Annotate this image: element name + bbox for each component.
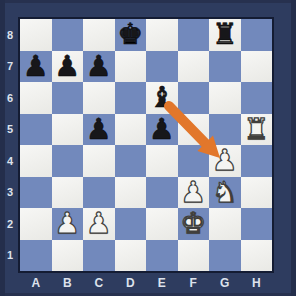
square-a6[interactable] bbox=[20, 82, 52, 114]
white-knight-piece[interactable]: ♞ bbox=[212, 178, 238, 207]
square-a4[interactable] bbox=[20, 145, 52, 177]
rank-label-7: 7 bbox=[0, 51, 20, 83]
square-d7[interactable] bbox=[115, 51, 147, 83]
square-f6[interactable] bbox=[178, 82, 210, 114]
black-pawn-piece[interactable]: ♟ bbox=[86, 52, 112, 81]
square-c7[interactable]: ♟ bbox=[83, 51, 115, 83]
black-rook-piece[interactable]: ♜ bbox=[212, 20, 238, 49]
file-labels: ABCDEFGH bbox=[20, 271, 272, 294]
square-e6[interactable]: ♝ bbox=[146, 82, 178, 114]
square-e1[interactable] bbox=[146, 240, 178, 272]
chess-board[interactable]: ♚♜♟♟♟♝♟♟♜♟♟♞♟♟♚ bbox=[20, 19, 272, 271]
square-h7[interactable] bbox=[241, 51, 273, 83]
file-label-d: D bbox=[115, 271, 147, 294]
square-h4[interactable] bbox=[241, 145, 273, 177]
square-f8[interactable] bbox=[178, 19, 210, 51]
square-b6[interactable] bbox=[52, 82, 84, 114]
white-pawn-piece[interactable]: ♟ bbox=[54, 209, 80, 238]
rank-label-3: 3 bbox=[0, 177, 20, 209]
square-e2[interactable] bbox=[146, 208, 178, 240]
square-f4[interactable] bbox=[178, 145, 210, 177]
square-b4[interactable] bbox=[52, 145, 84, 177]
square-d5[interactable] bbox=[115, 114, 147, 146]
square-h2[interactable] bbox=[241, 208, 273, 240]
square-g3[interactable]: ♞ bbox=[209, 177, 241, 209]
rank-label-5: 5 bbox=[0, 114, 20, 146]
square-c5[interactable]: ♟ bbox=[83, 114, 115, 146]
square-c8[interactable] bbox=[83, 19, 115, 51]
square-c3[interactable] bbox=[83, 177, 115, 209]
file-label-b: B bbox=[52, 271, 84, 294]
square-a5[interactable] bbox=[20, 114, 52, 146]
white-pawn-piece[interactable]: ♟ bbox=[212, 146, 238, 175]
square-d1[interactable] bbox=[115, 240, 147, 272]
square-h5[interactable]: ♜ bbox=[241, 114, 273, 146]
square-a2[interactable] bbox=[20, 208, 52, 240]
square-g5[interactable] bbox=[209, 114, 241, 146]
square-a7[interactable]: ♟ bbox=[20, 51, 52, 83]
square-c4[interactable] bbox=[83, 145, 115, 177]
white-rook-piece[interactable]: ♜ bbox=[243, 115, 269, 144]
square-g6[interactable] bbox=[209, 82, 241, 114]
chess-diagram: 87654321 ♚♜♟♟♟♝♟♟♜♟♟♞♟♟♚ ABCDEFGH bbox=[0, 0, 296, 296]
file-label-a: A bbox=[20, 271, 52, 294]
square-b2[interactable]: ♟ bbox=[52, 208, 84, 240]
square-d3[interactable] bbox=[115, 177, 147, 209]
black-king-piece[interactable]: ♚ bbox=[117, 20, 143, 49]
rank-label-2: 2 bbox=[0, 208, 20, 240]
file-label-f: F bbox=[178, 271, 210, 294]
square-a1[interactable] bbox=[20, 240, 52, 272]
rank-labels: 87654321 bbox=[0, 19, 20, 271]
file-label-g: G bbox=[209, 271, 241, 294]
square-e7[interactable] bbox=[146, 51, 178, 83]
square-g4[interactable]: ♟ bbox=[209, 145, 241, 177]
square-e4[interactable] bbox=[146, 145, 178, 177]
square-e8[interactable] bbox=[146, 19, 178, 51]
file-label-h: H bbox=[241, 271, 273, 294]
square-d6[interactable] bbox=[115, 82, 147, 114]
black-bishop-piece[interactable]: ♝ bbox=[149, 83, 175, 112]
file-label-e: E bbox=[146, 271, 178, 294]
black-pawn-piece[interactable]: ♟ bbox=[86, 115, 112, 144]
white-pawn-piece[interactable]: ♟ bbox=[86, 209, 112, 238]
square-h3[interactable] bbox=[241, 177, 273, 209]
black-pawn-piece[interactable]: ♟ bbox=[149, 115, 175, 144]
square-b3[interactable] bbox=[52, 177, 84, 209]
square-a8[interactable] bbox=[20, 19, 52, 51]
square-g1[interactable] bbox=[209, 240, 241, 272]
square-g7[interactable] bbox=[209, 51, 241, 83]
square-h6[interactable] bbox=[241, 82, 273, 114]
square-b7[interactable]: ♟ bbox=[52, 51, 84, 83]
square-c1[interactable] bbox=[83, 240, 115, 272]
rank-label-1: 1 bbox=[0, 240, 20, 272]
white-pawn-piece[interactable]: ♟ bbox=[180, 178, 206, 207]
square-d4[interactable] bbox=[115, 145, 147, 177]
black-pawn-piece[interactable]: ♟ bbox=[23, 52, 49, 81]
square-g2[interactable] bbox=[209, 208, 241, 240]
square-h8[interactable] bbox=[241, 19, 273, 51]
square-d2[interactable] bbox=[115, 208, 147, 240]
rank-label-8: 8 bbox=[0, 19, 20, 51]
rank-label-4: 4 bbox=[0, 145, 20, 177]
square-f3[interactable]: ♟ bbox=[178, 177, 210, 209]
square-c2[interactable]: ♟ bbox=[83, 208, 115, 240]
square-f5[interactable] bbox=[178, 114, 210, 146]
square-e5[interactable]: ♟ bbox=[146, 114, 178, 146]
square-d8[interactable]: ♚ bbox=[115, 19, 147, 51]
square-e3[interactable] bbox=[146, 177, 178, 209]
black-pawn-piece[interactable]: ♟ bbox=[54, 52, 80, 81]
square-b5[interactable] bbox=[52, 114, 84, 146]
square-b1[interactable] bbox=[52, 240, 84, 272]
square-h1[interactable] bbox=[241, 240, 273, 272]
square-f7[interactable] bbox=[178, 51, 210, 83]
square-f1[interactable] bbox=[178, 240, 210, 272]
white-king-piece[interactable]: ♚ bbox=[180, 209, 206, 238]
square-c6[interactable] bbox=[83, 82, 115, 114]
file-label-c: C bbox=[83, 271, 115, 294]
square-g8[interactable]: ♜ bbox=[209, 19, 241, 51]
square-f2[interactable]: ♚ bbox=[178, 208, 210, 240]
square-a3[interactable] bbox=[20, 177, 52, 209]
square-b8[interactable] bbox=[52, 19, 84, 51]
rank-label-6: 6 bbox=[0, 82, 20, 114]
